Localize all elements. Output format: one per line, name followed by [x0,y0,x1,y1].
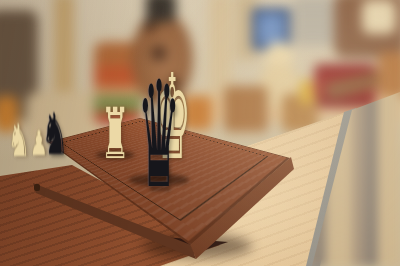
photo-scene: ♞♟♞♜♚♛ [0,0,400,266]
black-knight-offboard: ♞ [41,106,68,164]
piece-layer: ♞♟♞♜♚♛ [0,0,400,266]
white-knight-offboard: ♞ [8,118,31,163]
white-rook-on-board: ♜ [101,98,130,168]
black-queen-on-board: ♛ [137,62,180,209]
